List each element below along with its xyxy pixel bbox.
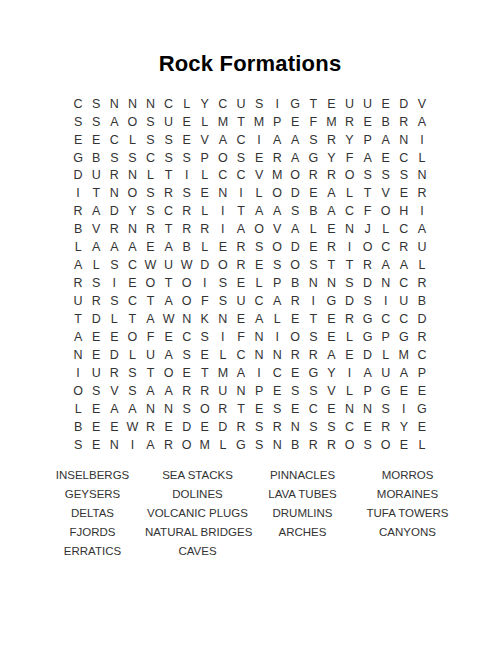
- grid-cell[interactable]: A: [286, 131, 304, 149]
- grid-cell[interactable]: N: [413, 167, 431, 185]
- grid-cell[interactable]: E: [87, 400, 105, 418]
- grid-cell[interactable]: B: [286, 274, 304, 292]
- grid-cell[interactable]: O: [160, 364, 178, 382]
- grid-cell[interactable]: L: [340, 328, 358, 346]
- grid-cell[interactable]: V: [377, 185, 395, 203]
- grid-cell[interactable]: M: [196, 436, 214, 454]
- grid-cell[interactable]: N: [105, 436, 123, 454]
- grid-cell[interactable]: J: [359, 221, 377, 239]
- grid-cell[interactable]: L: [340, 185, 358, 203]
- grid-cell[interactable]: C: [232, 131, 250, 149]
- grid-cell[interactable]: E: [286, 364, 304, 382]
- grid-cell[interactable]: A: [105, 113, 123, 131]
- grid-cell[interactable]: C: [123, 256, 141, 274]
- grid-cell[interactable]: E: [359, 418, 377, 436]
- grid-cell[interactable]: G: [286, 95, 304, 113]
- grid-cell[interactable]: U: [69, 292, 87, 310]
- grid-cell[interactable]: O: [123, 113, 141, 131]
- grid-cell[interactable]: L: [69, 239, 87, 257]
- grid-cell[interactable]: L: [69, 400, 87, 418]
- grid-cell[interactable]: G: [304, 364, 322, 382]
- grid-cell[interactable]: S: [141, 185, 159, 203]
- grid-cell[interactable]: I: [250, 131, 268, 149]
- grid-cell[interactable]: L: [250, 274, 268, 292]
- grid-cell[interactable]: O: [178, 292, 196, 310]
- grid-cell[interactable]: C: [268, 364, 286, 382]
- grid-cell[interactable]: S: [141, 203, 159, 221]
- grid-cell[interactable]: E: [304, 239, 322, 257]
- grid-cell[interactable]: C: [377, 310, 395, 328]
- grid-cell[interactable]: S: [250, 239, 268, 257]
- grid-cell[interactable]: N: [69, 346, 87, 364]
- grid-cell[interactable]: V: [250, 167, 268, 185]
- grid-cell[interactable]: A: [322, 185, 340, 203]
- grid-cell[interactable]: S: [359, 292, 377, 310]
- grid-cell[interactable]: M: [214, 113, 232, 131]
- grid-cell[interactable]: O: [268, 185, 286, 203]
- grid-cell[interactable]: B: [286, 436, 304, 454]
- grid-cell[interactable]: D: [214, 418, 232, 436]
- grid-cell[interactable]: R: [322, 131, 340, 149]
- grid-cell[interactable]: R: [322, 239, 340, 257]
- grid-cell[interactable]: A: [377, 131, 395, 149]
- grid-cell[interactable]: A: [322, 203, 340, 221]
- grid-cell[interactable]: A: [250, 310, 268, 328]
- grid-cell[interactable]: E: [160, 418, 178, 436]
- grid-cell[interactable]: R: [340, 113, 358, 131]
- grid-cell[interactable]: A: [214, 131, 232, 149]
- grid-cell[interactable]: D: [87, 310, 105, 328]
- grid-cell[interactable]: S: [286, 203, 304, 221]
- grid-cell[interactable]: K: [196, 310, 214, 328]
- grid-cell[interactable]: A: [359, 149, 377, 167]
- grid-cell[interactable]: S: [377, 400, 395, 418]
- grid-cell[interactable]: R: [196, 221, 214, 239]
- grid-cell[interactable]: E: [232, 310, 250, 328]
- grid-cell[interactable]: I: [196, 274, 214, 292]
- grid-cell[interactable]: E: [123, 274, 141, 292]
- grid-cell[interactable]: I: [214, 203, 232, 221]
- grid-cell[interactable]: S: [160, 131, 178, 149]
- grid-cell[interactable]: N: [359, 400, 377, 418]
- grid-cell[interactable]: S: [304, 256, 322, 274]
- grid-cell[interactable]: L: [214, 346, 232, 364]
- grid-cell[interactable]: T: [69, 310, 87, 328]
- grid-cell[interactable]: E: [232, 274, 250, 292]
- grid-cell[interactable]: U: [160, 256, 178, 274]
- grid-cell[interactable]: N: [160, 400, 178, 418]
- grid-cell[interactable]: R: [340, 310, 358, 328]
- grid-cell[interactable]: T: [196, 364, 214, 382]
- grid-cell[interactable]: N: [178, 310, 196, 328]
- grid-cell[interactable]: A: [69, 256, 87, 274]
- grid-cell[interactable]: S: [286, 382, 304, 400]
- grid-cell[interactable]: N: [286, 418, 304, 436]
- grid-cell[interactable]: E: [178, 131, 196, 149]
- grid-cell[interactable]: E: [413, 382, 431, 400]
- grid-cell[interactable]: A: [232, 221, 250, 239]
- grid-cell[interactable]: E: [340, 346, 358, 364]
- grid-cell[interactable]: G: [232, 436, 250, 454]
- grid-cell[interactable]: C: [123, 292, 141, 310]
- grid-cell[interactable]: D: [69, 167, 87, 185]
- grid-cell[interactable]: E: [196, 418, 214, 436]
- grid-cell[interactable]: S: [359, 167, 377, 185]
- grid-cell[interactable]: L: [304, 221, 322, 239]
- grid-cell[interactable]: Y: [322, 149, 340, 167]
- grid-cell[interactable]: D: [105, 346, 123, 364]
- grid-cell[interactable]: S: [304, 418, 322, 436]
- grid-cell[interactable]: C: [377, 239, 395, 257]
- grid-cell[interactable]: D: [359, 274, 377, 292]
- grid-cell[interactable]: S: [141, 113, 159, 131]
- grid-cell[interactable]: L: [377, 221, 395, 239]
- grid-cell[interactable]: G: [359, 328, 377, 346]
- grid-cell[interactable]: M: [214, 364, 232, 382]
- grid-cell[interactable]: L: [105, 310, 123, 328]
- grid-cell[interactable]: N: [340, 400, 358, 418]
- grid-cell[interactable]: F: [340, 149, 358, 167]
- grid-cell[interactable]: N: [377, 274, 395, 292]
- grid-cell[interactable]: D: [286, 239, 304, 257]
- grid-cell[interactable]: R: [268, 418, 286, 436]
- grid-cell[interactable]: Y: [322, 364, 340, 382]
- grid-cell[interactable]: N: [232, 382, 250, 400]
- grid-cell[interactable]: A: [160, 346, 178, 364]
- grid-cell[interactable]: S: [87, 274, 105, 292]
- grid-cell[interactable]: L: [413, 256, 431, 274]
- grid-cell[interactable]: I: [268, 328, 286, 346]
- grid-cell[interactable]: E: [196, 185, 214, 203]
- grid-cell[interactable]: A: [87, 239, 105, 257]
- grid-cell[interactable]: C: [160, 203, 178, 221]
- grid-cell[interactable]: I: [377, 292, 395, 310]
- grid-cell[interactable]: U: [377, 364, 395, 382]
- grid-cell[interactable]: N: [105, 95, 123, 113]
- grid-cell[interactable]: A: [69, 328, 87, 346]
- grid-cell[interactable]: C: [395, 221, 413, 239]
- grid-cell[interactable]: B: [178, 239, 196, 257]
- grid-cell[interactable]: T: [87, 185, 105, 203]
- grid-cell[interactable]: G: [304, 149, 322, 167]
- grid-cell[interactable]: O: [286, 328, 304, 346]
- grid-cell[interactable]: E: [87, 436, 105, 454]
- grid-cell[interactable]: S: [377, 167, 395, 185]
- grid-cell[interactable]: S: [268, 256, 286, 274]
- grid-cell[interactable]: G: [395, 328, 413, 346]
- grid-cell[interactable]: V: [196, 131, 214, 149]
- grid-cell[interactable]: A: [141, 436, 159, 454]
- grid-cell[interactable]: E: [322, 310, 340, 328]
- grid-cell[interactable]: I: [214, 221, 232, 239]
- grid-cell[interactable]: N: [304, 274, 322, 292]
- grid-cell[interactable]: S: [160, 149, 178, 167]
- grid-cell[interactable]: E: [196, 346, 214, 364]
- grid-cell[interactable]: A: [322, 346, 340, 364]
- grid-cell[interactable]: S: [214, 292, 232, 310]
- grid-cell[interactable]: O: [340, 167, 358, 185]
- grid-cell[interactable]: S: [304, 328, 322, 346]
- grid-cell[interactable]: S: [322, 418, 340, 436]
- grid-cell[interactable]: L: [123, 346, 141, 364]
- grid-cell[interactable]: A: [160, 239, 178, 257]
- grid-cell[interactable]: R: [178, 382, 196, 400]
- grid-cell[interactable]: E: [377, 95, 395, 113]
- grid-cell[interactable]: O: [286, 167, 304, 185]
- grid-cell[interactable]: B: [377, 113, 395, 131]
- grid-cell[interactable]: Y: [123, 203, 141, 221]
- grid-cell[interactable]: W: [141, 256, 159, 274]
- grid-cell[interactable]: N: [268, 436, 286, 454]
- grid-cell[interactable]: O: [250, 221, 268, 239]
- grid-cell[interactable]: S: [214, 274, 232, 292]
- grid-cell[interactable]: C: [232, 167, 250, 185]
- grid-cell[interactable]: S: [105, 149, 123, 167]
- grid-cell[interactable]: T: [141, 364, 159, 382]
- grid-cell[interactable]: F: [141, 328, 159, 346]
- grid-cell[interactable]: D: [286, 185, 304, 203]
- grid-cell[interactable]: E: [377, 149, 395, 167]
- grid-cell[interactable]: L: [196, 239, 214, 257]
- grid-cell[interactable]: A: [395, 256, 413, 274]
- grid-cell[interactable]: E: [87, 418, 105, 436]
- grid-cell[interactable]: E: [395, 185, 413, 203]
- grid-cell[interactable]: I: [123, 436, 141, 454]
- grid-cell[interactable]: D: [340, 292, 358, 310]
- grid-cell[interactable]: E: [359, 113, 377, 131]
- grid-cell[interactable]: A: [286, 149, 304, 167]
- grid-cell[interactable]: E: [322, 328, 340, 346]
- grid-cell[interactable]: E: [87, 346, 105, 364]
- grid-cell[interactable]: F: [304, 113, 322, 131]
- grid-cell[interactable]: Y: [395, 418, 413, 436]
- grid-cell[interactable]: P: [359, 131, 377, 149]
- grid-cell[interactable]: V: [105, 382, 123, 400]
- grid-cell[interactable]: R: [413, 185, 431, 203]
- grid-cell[interactable]: U: [395, 292, 413, 310]
- grid-cell[interactable]: T: [304, 95, 322, 113]
- grid-cell[interactable]: I: [304, 292, 322, 310]
- grid-cell[interactable]: R: [160, 436, 178, 454]
- grid-cell[interactable]: E: [105, 418, 123, 436]
- grid-cell[interactable]: I: [214, 328, 232, 346]
- grid-cell[interactable]: G: [359, 310, 377, 328]
- grid-cell[interactable]: C: [214, 167, 232, 185]
- grid-cell[interactable]: O: [340, 436, 358, 454]
- grid-cell[interactable]: T: [160, 274, 178, 292]
- grid-cell[interactable]: E: [413, 418, 431, 436]
- grid-cell[interactable]: E: [69, 131, 87, 149]
- grid-cell[interactable]: V: [322, 382, 340, 400]
- grid-cell[interactable]: I: [340, 364, 358, 382]
- grid-cell[interactable]: D: [178, 418, 196, 436]
- grid-cell[interactable]: N: [214, 310, 232, 328]
- grid-cell[interactable]: R: [69, 274, 87, 292]
- grid-cell[interactable]: U: [87, 167, 105, 185]
- grid-cell[interactable]: S: [178, 185, 196, 203]
- grid-cell[interactable]: F: [196, 292, 214, 310]
- grid-cell[interactable]: E: [304, 185, 322, 203]
- grid-cell[interactable]: R: [413, 274, 431, 292]
- grid-cell[interactable]: S: [340, 274, 358, 292]
- grid-cell[interactable]: A: [160, 382, 178, 400]
- grid-cell[interactable]: C: [160, 95, 178, 113]
- grid-cell[interactable]: R: [232, 418, 250, 436]
- grid-cell[interactable]: U: [87, 364, 105, 382]
- grid-cell[interactable]: E: [286, 113, 304, 131]
- grid-cell[interactable]: V: [268, 221, 286, 239]
- grid-cell[interactable]: U: [214, 382, 232, 400]
- grid-cell[interactable]: R: [232, 256, 250, 274]
- grid-cell[interactable]: N: [250, 328, 268, 346]
- grid-cell[interactable]: S: [250, 436, 268, 454]
- grid-cell[interactable]: N: [268, 346, 286, 364]
- grid-cell[interactable]: T: [232, 203, 250, 221]
- grid-cell[interactable]: E: [395, 436, 413, 454]
- grid-cell[interactable]: S: [250, 95, 268, 113]
- grid-cell[interactable]: O: [214, 256, 232, 274]
- grid-cell[interactable]: E: [322, 95, 340, 113]
- grid-cell[interactable]: A: [286, 221, 304, 239]
- grid-cell[interactable]: E: [268, 382, 286, 400]
- grid-cell[interactable]: V: [413, 95, 431, 113]
- grid-cell[interactable]: W: [123, 418, 141, 436]
- grid-cell[interactable]: T: [232, 113, 250, 131]
- grid-cell[interactable]: G: [322, 292, 340, 310]
- grid-cell[interactable]: R: [105, 221, 123, 239]
- grid-cell[interactable]: U: [413, 239, 431, 257]
- grid-cell[interactable]: R: [178, 221, 196, 239]
- grid-cell[interactable]: A: [359, 364, 377, 382]
- grid-cell[interactable]: V: [87, 221, 105, 239]
- grid-cell[interactable]: S: [87, 382, 105, 400]
- grid-cell[interactable]: P: [268, 274, 286, 292]
- grid-cell[interactable]: R: [105, 364, 123, 382]
- grid-cell[interactable]: A: [141, 310, 159, 328]
- grid-cell[interactable]: I: [340, 239, 358, 257]
- grid-cell[interactable]: S: [395, 167, 413, 185]
- grid-cell[interactable]: E: [286, 400, 304, 418]
- grid-cell[interactable]: E: [87, 131, 105, 149]
- grid-cell[interactable]: O: [214, 149, 232, 167]
- grid-cell[interactable]: U: [340, 95, 358, 113]
- grid-cell[interactable]: L: [214, 436, 232, 454]
- grid-cell[interactable]: B: [304, 203, 322, 221]
- grid-cell[interactable]: A: [160, 292, 178, 310]
- grid-cell[interactable]: C: [304, 400, 322, 418]
- grid-cell[interactable]: A: [268, 203, 286, 221]
- grid-cell[interactable]: E: [178, 364, 196, 382]
- grid-cell[interactable]: A: [413, 221, 431, 239]
- grid-cell[interactable]: H: [395, 203, 413, 221]
- grid-cell[interactable]: Y: [196, 95, 214, 113]
- grid-cell[interactable]: E: [105, 328, 123, 346]
- grid-cell[interactable]: C: [395, 149, 413, 167]
- grid-cell[interactable]: I: [232, 185, 250, 203]
- grid-cell[interactable]: E: [250, 256, 268, 274]
- grid-cell[interactable]: A: [87, 203, 105, 221]
- grid-cell[interactable]: B: [69, 418, 87, 436]
- grid-cell[interactable]: P: [377, 328, 395, 346]
- grid-cell[interactable]: T: [141, 292, 159, 310]
- grid-cell[interactable]: N: [214, 185, 232, 203]
- grid-cell[interactable]: I: [268, 95, 286, 113]
- grid-cell[interactable]: R: [69, 203, 87, 221]
- grid-cell[interactable]: O: [286, 256, 304, 274]
- grid-cell[interactable]: S: [359, 436, 377, 454]
- grid-cell[interactable]: B: [413, 292, 431, 310]
- grid-cell[interactable]: T: [322, 256, 340, 274]
- grid-cell[interactable]: O: [377, 436, 395, 454]
- grid-cell[interactable]: C: [340, 203, 358, 221]
- grid-cell[interactable]: R: [196, 382, 214, 400]
- grid-cell[interactable]: O: [377, 203, 395, 221]
- grid-cell[interactable]: E: [395, 382, 413, 400]
- grid-cell[interactable]: C: [105, 131, 123, 149]
- grid-cell[interactable]: D: [413, 310, 431, 328]
- grid-cell[interactable]: R: [178, 203, 196, 221]
- grid-cell[interactable]: U: [141, 346, 159, 364]
- grid-cell[interactable]: O: [69, 382, 87, 400]
- grid-cell[interactable]: G: [69, 149, 87, 167]
- grid-cell[interactable]: R: [286, 346, 304, 364]
- grid-cell[interactable]: E: [322, 400, 340, 418]
- grid-cell[interactable]: E: [160, 328, 178, 346]
- grid-cell[interactable]: I: [105, 274, 123, 292]
- grid-cell[interactable]: D: [359, 346, 377, 364]
- grid-cell[interactable]: N: [123, 221, 141, 239]
- grid-cell[interactable]: R: [105, 167, 123, 185]
- grid-cell[interactable]: C: [340, 418, 358, 436]
- grid-cell[interactable]: R: [377, 418, 395, 436]
- grid-cell[interactable]: P: [268, 113, 286, 131]
- grid-cell[interactable]: L: [196, 113, 214, 131]
- grid-cell[interactable]: E: [250, 149, 268, 167]
- grid-cell[interactable]: E: [178, 113, 196, 131]
- grid-cell[interactable]: L: [377, 346, 395, 364]
- grid-cell[interactable]: C: [178, 328, 196, 346]
- grid-cell[interactable]: T: [232, 400, 250, 418]
- grid-cell[interactable]: A: [250, 203, 268, 221]
- grid-cell[interactable]: U: [160, 113, 178, 131]
- grid-cell[interactable]: C: [395, 274, 413, 292]
- grid-cell[interactable]: P: [250, 382, 268, 400]
- grid-cell[interactable]: R: [232, 239, 250, 257]
- grid-cell[interactable]: C: [413, 346, 431, 364]
- grid-cell[interactable]: S: [268, 400, 286, 418]
- grid-cell[interactable]: R: [322, 436, 340, 454]
- grid-cell[interactable]: A: [105, 400, 123, 418]
- grid-cell[interactable]: L: [196, 203, 214, 221]
- grid-cell[interactable]: C: [141, 149, 159, 167]
- grid-cell[interactable]: O: [359, 239, 377, 257]
- grid-cell[interactable]: E: [322, 221, 340, 239]
- grid-cell[interactable]: N: [123, 167, 141, 185]
- grid-cell[interactable]: O: [178, 436, 196, 454]
- grid-cell[interactable]: S: [69, 113, 87, 131]
- grid-cell[interactable]: S: [87, 113, 105, 131]
- grid-cell[interactable]: A: [268, 292, 286, 310]
- grid-cell[interactable]: N: [141, 400, 159, 418]
- grid-cell[interactable]: Y: [340, 131, 358, 149]
- grid-cell[interactable]: B: [87, 149, 105, 167]
- grid-cell[interactable]: C: [69, 95, 87, 113]
- grid-cell[interactable]: S: [123, 364, 141, 382]
- grid-cell[interactable]: L: [413, 149, 431, 167]
- grid-cell[interactable]: R: [304, 167, 322, 185]
- grid-cell[interactable]: C: [250, 292, 268, 310]
- grid-cell[interactable]: I: [395, 400, 413, 418]
